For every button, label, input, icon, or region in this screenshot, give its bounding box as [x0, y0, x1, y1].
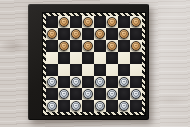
board-square[interactable] — [130, 16, 142, 28]
board-square[interactable] — [118, 76, 130, 88]
board-square[interactable] — [94, 76, 106, 88]
board-decorative-border — [43, 13, 145, 115]
silver-checker-piece[interactable] — [119, 101, 129, 111]
board-square — [70, 16, 82, 28]
silver-checker-piece[interactable] — [83, 89, 93, 99]
board-square[interactable] — [94, 100, 106, 112]
gold-checker-piece[interactable] — [107, 41, 117, 51]
board-square — [82, 28, 94, 40]
board-square — [94, 88, 106, 100]
board-square[interactable] — [94, 28, 106, 40]
silver-checker-piece[interactable] — [107, 89, 117, 99]
board-square[interactable] — [106, 40, 118, 52]
silver-checker-piece[interactable] — [47, 101, 57, 111]
board-square — [130, 52, 142, 64]
board-square[interactable] — [46, 76, 58, 88]
gold-checker-piece[interactable] — [47, 29, 57, 39]
board-square — [118, 16, 130, 28]
board-square — [58, 28, 70, 40]
gold-checker-piece[interactable] — [83, 41, 93, 51]
board-square[interactable] — [82, 40, 94, 52]
gold-checker-piece[interactable] — [131, 41, 141, 51]
silver-checker-piece[interactable] — [131, 89, 141, 99]
board-square — [58, 52, 70, 64]
board-square — [70, 40, 82, 52]
board-square — [106, 76, 118, 88]
board-square — [130, 28, 142, 40]
board-square[interactable] — [106, 64, 118, 76]
board-square — [94, 16, 106, 28]
silver-checker-piece[interactable] — [95, 77, 105, 87]
board-square[interactable] — [70, 28, 82, 40]
silver-checker-piece[interactable] — [47, 77, 57, 87]
board-square — [58, 100, 70, 112]
board-square[interactable] — [82, 88, 94, 100]
photo-background — [0, 0, 190, 127]
silver-checker-piece[interactable] — [59, 89, 69, 99]
board-square[interactable] — [130, 64, 142, 76]
board-square[interactable] — [46, 28, 58, 40]
silver-checker-piece[interactable] — [71, 101, 81, 111]
board-square[interactable] — [46, 100, 58, 112]
board-square[interactable] — [118, 52, 130, 64]
board-square[interactable] — [106, 88, 118, 100]
board-square[interactable] — [130, 40, 142, 52]
board-grid — [46, 16, 142, 112]
board-square — [94, 64, 106, 76]
board-square[interactable] — [82, 16, 94, 28]
board-square — [46, 40, 58, 52]
board-square — [118, 88, 130, 100]
board-square — [118, 64, 130, 76]
board-square — [130, 76, 142, 88]
board-square — [70, 64, 82, 76]
silver-checker-piece[interactable] — [71, 77, 81, 87]
board-square[interactable] — [118, 100, 130, 112]
board-square — [118, 40, 130, 52]
gold-checker-piece[interactable] — [71, 29, 81, 39]
board-square — [46, 64, 58, 76]
board-square — [82, 52, 94, 64]
board-square — [106, 52, 118, 64]
board-square[interactable] — [82, 64, 94, 76]
gold-checker-piece[interactable] — [95, 29, 105, 39]
board-square — [106, 100, 118, 112]
board-square[interactable] — [70, 52, 82, 64]
board-square[interactable] — [58, 40, 70, 52]
board-frame — [28, 4, 149, 120]
board-square — [106, 28, 118, 40]
board-square[interactable] — [70, 76, 82, 88]
gold-checker-piece[interactable] — [83, 17, 93, 27]
board-square — [58, 76, 70, 88]
board-square — [82, 100, 94, 112]
board-square — [94, 40, 106, 52]
board-square — [46, 16, 58, 28]
board-square[interactable] — [106, 16, 118, 28]
silver-checker-piece[interactable] — [95, 101, 105, 111]
board-square[interactable] — [130, 88, 142, 100]
gold-checker-piece[interactable] — [59, 41, 69, 51]
board-square[interactable] — [46, 52, 58, 64]
board-square — [70, 88, 82, 100]
board-square[interactable] — [70, 100, 82, 112]
board-square[interactable] — [118, 28, 130, 40]
gold-checker-piece[interactable] — [131, 17, 141, 27]
gold-checker-piece[interactable] — [119, 29, 129, 39]
board-square — [46, 88, 58, 100]
board-square[interactable] — [58, 64, 70, 76]
board-square — [82, 76, 94, 88]
board-square — [130, 100, 142, 112]
gold-checker-piece[interactable] — [107, 17, 117, 27]
board-square[interactable] — [94, 52, 106, 64]
silver-checker-piece[interactable] — [119, 77, 129, 87]
board-square[interactable] — [58, 88, 70, 100]
board-square[interactable] — [58, 16, 70, 28]
gold-checker-piece[interactable] — [59, 17, 69, 27]
